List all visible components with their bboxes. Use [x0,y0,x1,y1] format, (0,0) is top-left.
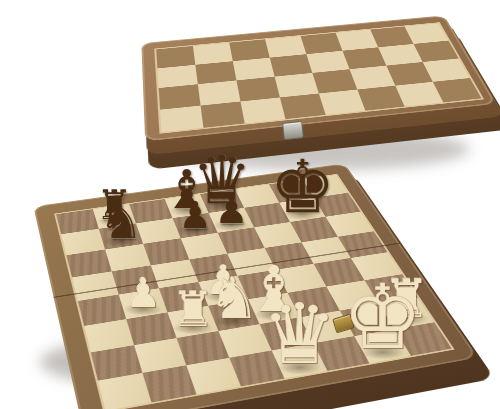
box-square [201,101,245,128]
box-square [160,105,203,132]
product-photo-stage: ♜♝♛♞♟♟♚♟♟♜♞♝♜♛♚ [0,0,500,409]
closed-chess-box [141,16,496,142]
box-square [280,93,326,119]
box-clasp [282,121,304,140]
box-square [240,97,285,123]
open-chess-board [33,163,478,409]
